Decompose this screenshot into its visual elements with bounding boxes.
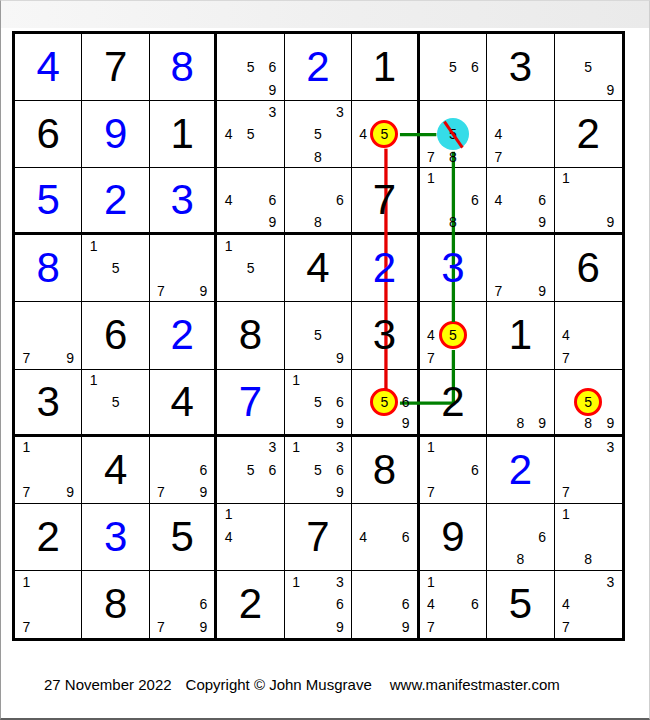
given-digit: 1: [487, 302, 553, 368]
cell-r1c6[interactable]: 1: [352, 34, 419, 101]
pencil-mark: 7: [427, 150, 435, 164]
cell-r4c2[interactable]: 15: [82, 235, 149, 302]
cell-r5c7[interactable]: 457: [420, 302, 487, 369]
cell-r2c3[interactable]: 1: [150, 101, 217, 168]
given-digit: 6: [15, 101, 81, 167]
pencil-mark: 7: [157, 485, 165, 499]
cell-r8c6[interactable]: 46: [352, 504, 419, 571]
pencil-mark: 6: [538, 193, 546, 207]
cell-r7c7[interactable]: 167: [420, 437, 487, 504]
pencil-mark: 3: [336, 105, 344, 119]
given-digit: 5: [150, 504, 214, 570]
given-digit: 6: [82, 302, 148, 368]
pencil-mark: 6: [199, 463, 207, 477]
pencil-mark: 1: [90, 373, 98, 387]
given-digit: 3: [487, 34, 553, 100]
cell-r9c8[interactable]: 5: [487, 571, 554, 638]
given-digit: 8: [217, 302, 283, 368]
cell-r7c9[interactable]: 37: [555, 437, 622, 504]
pencil-mark: 1: [562, 507, 570, 521]
cell-r9c3[interactable]: 679: [150, 571, 217, 638]
pencil-mark: 8: [449, 150, 457, 164]
cell-r7c5[interactable]: 13569: [285, 437, 352, 504]
cell-r3c1[interactable]: 5: [15, 168, 82, 235]
cell-r6c6[interactable]: 569: [352, 370, 419, 437]
cell-r2c4[interactable]: 345: [217, 101, 284, 168]
pencil-mark: 4: [494, 193, 502, 207]
solved-digit: 9: [82, 101, 148, 167]
cell-r8c5[interactable]: 7: [285, 504, 352, 571]
cell-r4c5[interactable]: 4: [285, 235, 352, 302]
cell-r5c9[interactable]: 47: [555, 302, 622, 369]
pencil-mark: 9: [199, 620, 207, 634]
given-digit: 7: [352, 168, 416, 232]
pencil-mark: 9: [607, 215, 615, 229]
pencil-mark: 9: [336, 620, 344, 634]
cell-r5c2[interactable]: 6: [82, 302, 149, 369]
pencil-mark: 6: [538, 530, 546, 544]
cell-r7c6[interactable]: 8: [352, 437, 419, 504]
footer-date: 27 November 2022: [44, 676, 172, 693]
pencil-mark: 4: [225, 530, 233, 544]
cell-r9c1[interactable]: 17: [15, 571, 82, 638]
given-digit: 4: [82, 437, 148, 503]
cell-r2c9[interactable]: 2: [555, 101, 622, 168]
cell-r7c4[interactable]: 356: [217, 437, 284, 504]
pencil-mark: 1: [292, 575, 300, 589]
cell-r1c4[interactable]: 569: [217, 34, 284, 101]
pencil-mark: 9: [199, 485, 207, 499]
pencil-mark: 4: [359, 530, 367, 544]
solved-digit: 7: [217, 370, 283, 434]
pencil-mark: 9: [269, 83, 277, 97]
given-digit: 2: [15, 504, 81, 570]
pencil-mark: 9: [538, 416, 546, 430]
pencil-mark: 8: [516, 552, 524, 566]
pencil-mark: 7: [427, 485, 435, 499]
given-digit: 1: [150, 101, 214, 167]
cell-r4c8[interactable]: 79: [487, 235, 554, 302]
pencil-mark: 5: [449, 60, 457, 74]
pencil-mark: 1: [225, 507, 233, 521]
pencil-mark: 1: [90, 239, 98, 253]
pencil-mark: 4: [427, 597, 435, 611]
pencil-mark: 6: [402, 395, 410, 409]
pencil-mark: 5: [449, 127, 457, 141]
pencil-mark: 9: [607, 416, 615, 430]
pencil-mark: 1: [427, 171, 435, 185]
cell-r1c9[interactable]: 59: [555, 34, 622, 101]
pencil-mark: 5: [247, 463, 255, 477]
pencil-mark: 3: [269, 105, 277, 119]
cell-r6c9[interactable]: 589: [555, 370, 622, 437]
cell-r4c1[interactable]: 8: [15, 235, 82, 302]
given-digit: 4: [285, 235, 351, 301]
pencil-mark: 1: [427, 575, 435, 589]
pencil-mark: 6: [471, 60, 479, 74]
pencil-mark: 6: [269, 193, 277, 207]
cell-r3c6[interactable]: 7: [352, 168, 419, 235]
pencil-mark: 4: [562, 597, 570, 611]
solved-digit: 2: [150, 302, 214, 368]
cell-r7c3[interactable]: 679: [150, 437, 217, 504]
pencil-mark: 7: [427, 620, 435, 634]
pencil-mark: 4: [494, 127, 502, 141]
cell-r4c7[interactable]: 3: [420, 235, 487, 302]
pencil-mark: 4: [225, 127, 233, 141]
cell-r1c7[interactable]: 56: [420, 34, 487, 101]
cell-r9c6[interactable]: 69: [352, 571, 419, 638]
cell-r1c3[interactable]: 8: [150, 34, 217, 101]
pencil-mark: 4: [562, 328, 570, 342]
footer-url[interactable]: www.manifestmaster.com: [390, 676, 560, 693]
given-digit: 7: [82, 34, 148, 100]
pencil-mark: 6: [336, 395, 344, 409]
cell-r8c4[interactable]: 14: [217, 504, 284, 571]
pencil-mark: 6: [269, 463, 277, 477]
cell-r2c2[interactable]: 9: [82, 101, 149, 168]
cell-r5c4[interactable]: 8: [217, 302, 284, 369]
pencil-mark: 8: [449, 215, 457, 229]
pencil-mark: 5: [381, 127, 389, 141]
pencil-mark: 6: [471, 193, 479, 207]
pencil-mark: 4: [359, 127, 367, 141]
cell-r9c7[interactable]: 1467: [420, 571, 487, 638]
pencil-mark: 3: [336, 440, 344, 454]
cell-r8c9[interactable]: 18: [555, 504, 622, 571]
cell-r8c1[interactable]: 2: [15, 504, 82, 571]
cell-r2c6[interactable]: 45: [352, 101, 419, 168]
cell-r2c5[interactable]: 358: [285, 101, 352, 168]
pencil-mark: 7: [494, 284, 502, 298]
pencil-mark: 9: [607, 83, 615, 97]
pencil-mark: 6: [269, 60, 277, 74]
pencil-mark: 9: [336, 485, 344, 499]
pencil-mark: 7: [22, 485, 30, 499]
solved-digit: 3: [82, 504, 148, 570]
cell-r4c4[interactable]: 15: [217, 235, 284, 302]
pencil-mark: 5: [314, 395, 322, 409]
pencil-mark: 5: [247, 60, 255, 74]
pencil-mark: 8: [314, 150, 322, 164]
pencil-mark: 5: [112, 395, 120, 409]
sudoku-board: 4785692156359691345358455784725234696871…: [12, 31, 625, 641]
cell-r8c2[interactable]: 3: [82, 504, 149, 571]
cell-r5c5[interactable]: 59: [285, 302, 352, 369]
cell-r3c5[interactable]: 68: [285, 168, 352, 235]
pencil-mark: 1: [427, 440, 435, 454]
pencil-mark: 3: [607, 440, 615, 454]
footer: 27 November 2022Copyright © John Musgrav…: [44, 676, 560, 693]
pencil-mark: 7: [22, 620, 30, 634]
given-digit: 7: [285, 504, 351, 570]
pencil-mark: 1: [292, 440, 300, 454]
cell-r6c3[interactable]: 4: [150, 370, 217, 437]
solved-digit: 2: [487, 437, 553, 503]
cell-r7c2[interactable]: 4: [82, 437, 149, 504]
given-digit: 5: [487, 571, 553, 638]
pencil-mark: 7: [494, 150, 502, 164]
cell-r2c1[interactable]: 6: [15, 101, 82, 168]
cell-r1c1[interactable]: 4: [15, 34, 82, 101]
cell-r2c7[interactable]: 578: [420, 101, 487, 168]
pencil-mark: 5: [584, 395, 592, 409]
cell-r3c8[interactable]: 469: [487, 168, 554, 235]
cell-r5c6[interactable]: 3: [352, 302, 419, 369]
pencil-mark: 6: [336, 597, 344, 611]
given-digit: 3: [15, 370, 81, 434]
cell-r3c3[interactable]: 3: [150, 168, 217, 235]
pencil-mark: 6: [402, 530, 410, 544]
pencil-mark: 5: [381, 395, 389, 409]
solved-digit: 2: [285, 34, 351, 100]
pencil-mark: 9: [538, 215, 546, 229]
solved-digit: 2: [352, 235, 416, 301]
pencil-mark: 6: [402, 597, 410, 611]
pencil-mark: 5: [314, 328, 322, 342]
pencil-mark: 3: [269, 440, 277, 454]
cell-r6c4[interactable]: 7: [217, 370, 284, 437]
pencil-mark: 5: [584, 60, 592, 74]
pencil-mark: 8: [516, 416, 524, 430]
cell-r8c7[interactable]: 9: [420, 504, 487, 571]
given-digit: 2: [420, 370, 486, 434]
pencil-mark: 7: [562, 351, 570, 365]
given-digit: 9: [420, 504, 486, 570]
pencil-mark: 4: [225, 193, 233, 207]
given-digit: 2: [555, 101, 622, 167]
solved-digit: 3: [420, 235, 486, 301]
pencil-mark: 5: [314, 463, 322, 477]
pencil-mark: 7: [157, 284, 165, 298]
pencil-mark: 6: [336, 193, 344, 207]
solved-digit: 3: [150, 168, 214, 232]
cell-r3c9[interactable]: 19: [555, 168, 622, 235]
pencil-mark: 9: [402, 620, 410, 634]
given-digit: 1: [352, 34, 416, 100]
pencil-mark: 9: [66, 485, 74, 499]
cell-r5c3[interactable]: 2: [150, 302, 217, 369]
pencil-mark: 6: [471, 463, 479, 477]
cell-r7c1[interactable]: 179: [15, 437, 82, 504]
pencil-mark: 7: [562, 620, 570, 634]
cell-r9c9[interactable]: 347: [555, 571, 622, 638]
pencil-mark: 6: [471, 597, 479, 611]
cell-r8c8[interactable]: 68: [487, 504, 554, 571]
solved-digit: 4: [15, 34, 81, 100]
solved-digit: 8: [150, 34, 214, 100]
cell-r3c4[interactable]: 469: [217, 168, 284, 235]
pencil-mark: 9: [336, 351, 344, 365]
given-digit: 3: [352, 302, 416, 368]
top-bar: [1, 1, 649, 28]
cell-r3c2[interactable]: 2: [82, 168, 149, 235]
pencil-mark: 8: [584, 416, 592, 430]
given-digit: 6: [555, 235, 622, 301]
cell-r5c8[interactable]: 1: [487, 302, 554, 369]
cell-r9c5[interactable]: 1369: [285, 571, 352, 638]
cell-r4c9[interactable]: 6: [555, 235, 622, 302]
pencil-mark: 9: [199, 284, 207, 298]
pencil-mark: 7: [427, 351, 435, 365]
pencil-mark: 9: [269, 215, 277, 229]
pencil-mark: 3: [336, 575, 344, 589]
pencil-mark: 1: [22, 575, 30, 589]
cell-r1c5[interactable]: 2: [285, 34, 352, 101]
pencil-mark: 9: [402, 416, 410, 430]
footer-copyright: Copyright © John Musgrave: [186, 676, 372, 693]
cell-r1c8[interactable]: 3: [487, 34, 554, 101]
cell-r9c4[interactable]: 2: [217, 571, 284, 638]
pencil-mark: 5: [112, 261, 120, 275]
pencil-mark: 5: [314, 127, 322, 141]
pencil-mark: 4: [427, 328, 435, 342]
pencil-mark: 5: [247, 127, 255, 141]
cell-r3c7[interactable]: 168: [420, 168, 487, 235]
solved-digit: 2: [82, 168, 148, 232]
pencil-mark: 9: [66, 351, 74, 365]
pencil-mark: 7: [22, 351, 30, 365]
pencil-mark: 6: [336, 463, 344, 477]
given-digit: 2: [217, 571, 283, 638]
solved-digit: 8: [15, 235, 81, 301]
pencil-mark: 5: [247, 261, 255, 275]
pencil-mark: 8: [584, 552, 592, 566]
pencil-mark: 9: [336, 416, 344, 430]
cell-r4c3[interactable]: 79: [150, 235, 217, 302]
solved-digit: 5: [15, 168, 81, 232]
cell-r6c5[interactable]: 1569: [285, 370, 352, 437]
pencil-mark: 5: [449, 328, 457, 342]
cell-r6c1[interactable]: 3: [15, 370, 82, 437]
given-digit: 8: [352, 437, 416, 503]
pencil-mark: 8: [314, 215, 322, 229]
pencil-mark: 7: [157, 620, 165, 634]
cell-r8c3[interactable]: 5: [150, 504, 217, 571]
cell-r9c2[interactable]: 8: [82, 571, 149, 638]
pencil-mark: 1: [225, 239, 233, 253]
pencil-mark: 9: [538, 284, 546, 298]
pencil-mark: 1: [292, 373, 300, 387]
pencil-mark: 3: [607, 575, 615, 589]
cell-r5c1[interactable]: 79: [15, 302, 82, 369]
cell-r6c2[interactable]: 15: [82, 370, 149, 437]
given-digit: 8: [82, 571, 148, 638]
pencil-mark: 6: [199, 597, 207, 611]
cell-r6c8[interactable]: 89: [487, 370, 554, 437]
given-digit: 4: [150, 370, 214, 434]
cell-r1c2[interactable]: 7: [82, 34, 149, 101]
cell-r7c8[interactable]: 2: [487, 437, 554, 504]
pencil-mark: 7: [562, 485, 570, 499]
pencil-mark: 1: [22, 440, 30, 454]
cell-r6c7[interactable]: 2: [420, 370, 487, 437]
cell-r4c6[interactable]: 2: [352, 235, 419, 302]
cell-r2c8[interactable]: 47: [487, 101, 554, 168]
pencil-mark: 1: [562, 171, 570, 185]
